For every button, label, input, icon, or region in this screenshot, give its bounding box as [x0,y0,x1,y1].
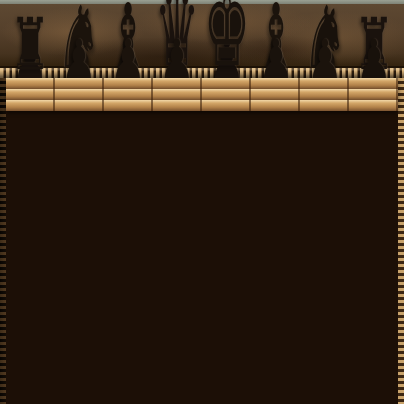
bead-trim-vertical [398,78,404,404]
piece-ledge [6,89,398,100]
rank-7: ♟♟♟♟♟♟♟♟ [6,89,398,100]
wall-chessboard-photo: ♜♞♝♛♚♝♞♜♟♟♟♟♟♟♟♟ [0,0,404,404]
black-rook[interactable]: ♜ [10,10,51,81]
black-king[interactable]: ♚ [203,0,249,81]
rank-6 [6,100,398,111]
piece-ledge [6,78,398,89]
chess-board: ♜♞♝♛♚♝♞♜♟♟♟♟♟♟♟♟ [6,78,398,404]
rank-8: ♜♞♝♛♚♝♞♜ [6,78,398,89]
piece-ledge [6,100,398,111]
